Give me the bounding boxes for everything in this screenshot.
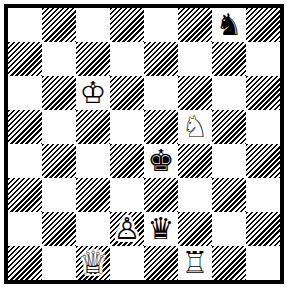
piece-black-queen-e2[interactable]: ♛	[148, 212, 175, 246]
piece-black-king-e4[interactable]: ♚	[148, 144, 175, 178]
square-e2[interactable]: ♛	[144, 212, 178, 246]
square-h6[interactable]	[246, 76, 280, 110]
square-d1[interactable]	[110, 246, 144, 280]
square-h7[interactable]	[246, 42, 280, 76]
chess-diagram: ♞♔♘♚♙♛♕♖	[0, 0, 289, 288]
square-g8[interactable]: ♞	[212, 8, 246, 42]
square-b6[interactable]	[42, 76, 76, 110]
square-b5[interactable]	[42, 110, 76, 144]
square-e5[interactable]	[144, 110, 178, 144]
square-a8[interactable]	[8, 8, 42, 42]
square-a7[interactable]	[8, 42, 42, 76]
square-e6[interactable]	[144, 76, 178, 110]
square-c1[interactable]: ♕	[76, 246, 110, 280]
square-c4[interactable]	[76, 144, 110, 178]
square-e4[interactable]: ♚	[144, 144, 178, 178]
piece-white-king-c6[interactable]: ♔	[80, 76, 107, 110]
piece-white-pawn-d2[interactable]: ♙	[114, 212, 141, 246]
square-g7[interactable]	[212, 42, 246, 76]
square-e3[interactable]	[144, 178, 178, 212]
piece-black-knight-g8[interactable]: ♞	[216, 8, 243, 42]
board-frame: ♞♔♘♚♙♛♕♖	[4, 4, 284, 284]
piece-white-queen-c1[interactable]: ♕	[80, 246, 107, 280]
square-g6[interactable]	[212, 76, 246, 110]
square-b7[interactable]	[42, 42, 76, 76]
square-d8[interactable]	[110, 8, 144, 42]
square-g3[interactable]	[212, 178, 246, 212]
board: ♞♔♘♚♙♛♕♖	[8, 8, 280, 280]
square-h5[interactable]	[246, 110, 280, 144]
square-h4[interactable]	[246, 144, 280, 178]
square-b2[interactable]	[42, 212, 76, 246]
square-a1[interactable]	[8, 246, 42, 280]
square-e1[interactable]	[144, 246, 178, 280]
square-c8[interactable]	[76, 8, 110, 42]
square-b3[interactable]	[42, 178, 76, 212]
square-f7[interactable]	[178, 42, 212, 76]
square-f5[interactable]: ♘	[178, 110, 212, 144]
square-f2[interactable]	[178, 212, 212, 246]
square-d5[interactable]	[110, 110, 144, 144]
square-a4[interactable]	[8, 144, 42, 178]
square-d6[interactable]	[110, 76, 144, 110]
square-c6[interactable]: ♔	[76, 76, 110, 110]
square-d2[interactable]: ♙	[110, 212, 144, 246]
square-d7[interactable]	[110, 42, 144, 76]
square-f1[interactable]: ♖	[178, 246, 212, 280]
square-b8[interactable]	[42, 8, 76, 42]
square-g1[interactable]	[212, 246, 246, 280]
square-c2[interactable]	[76, 212, 110, 246]
square-h1[interactable]	[246, 246, 280, 280]
square-g4[interactable]	[212, 144, 246, 178]
square-e8[interactable]	[144, 8, 178, 42]
piece-white-rook-f1[interactable]: ♖	[182, 246, 209, 280]
square-a5[interactable]	[8, 110, 42, 144]
square-b4[interactable]	[42, 144, 76, 178]
square-h8[interactable]	[246, 8, 280, 42]
square-c5[interactable]	[76, 110, 110, 144]
square-g2[interactable]	[212, 212, 246, 246]
square-g5[interactable]	[212, 110, 246, 144]
square-c7[interactable]	[76, 42, 110, 76]
square-f8[interactable]	[178, 8, 212, 42]
square-f6[interactable]	[178, 76, 212, 110]
square-f3[interactable]	[178, 178, 212, 212]
square-b1[interactable]	[42, 246, 76, 280]
square-h3[interactable]	[246, 178, 280, 212]
square-h2[interactable]	[246, 212, 280, 246]
piece-white-knight-f5[interactable]: ♘	[182, 110, 209, 144]
square-d4[interactable]	[110, 144, 144, 178]
square-f4[interactable]	[178, 144, 212, 178]
square-c3[interactable]	[76, 178, 110, 212]
square-a6[interactable]	[8, 76, 42, 110]
square-a2[interactable]	[8, 212, 42, 246]
square-d3[interactable]	[110, 178, 144, 212]
square-e7[interactable]	[144, 42, 178, 76]
square-a3[interactable]	[8, 178, 42, 212]
